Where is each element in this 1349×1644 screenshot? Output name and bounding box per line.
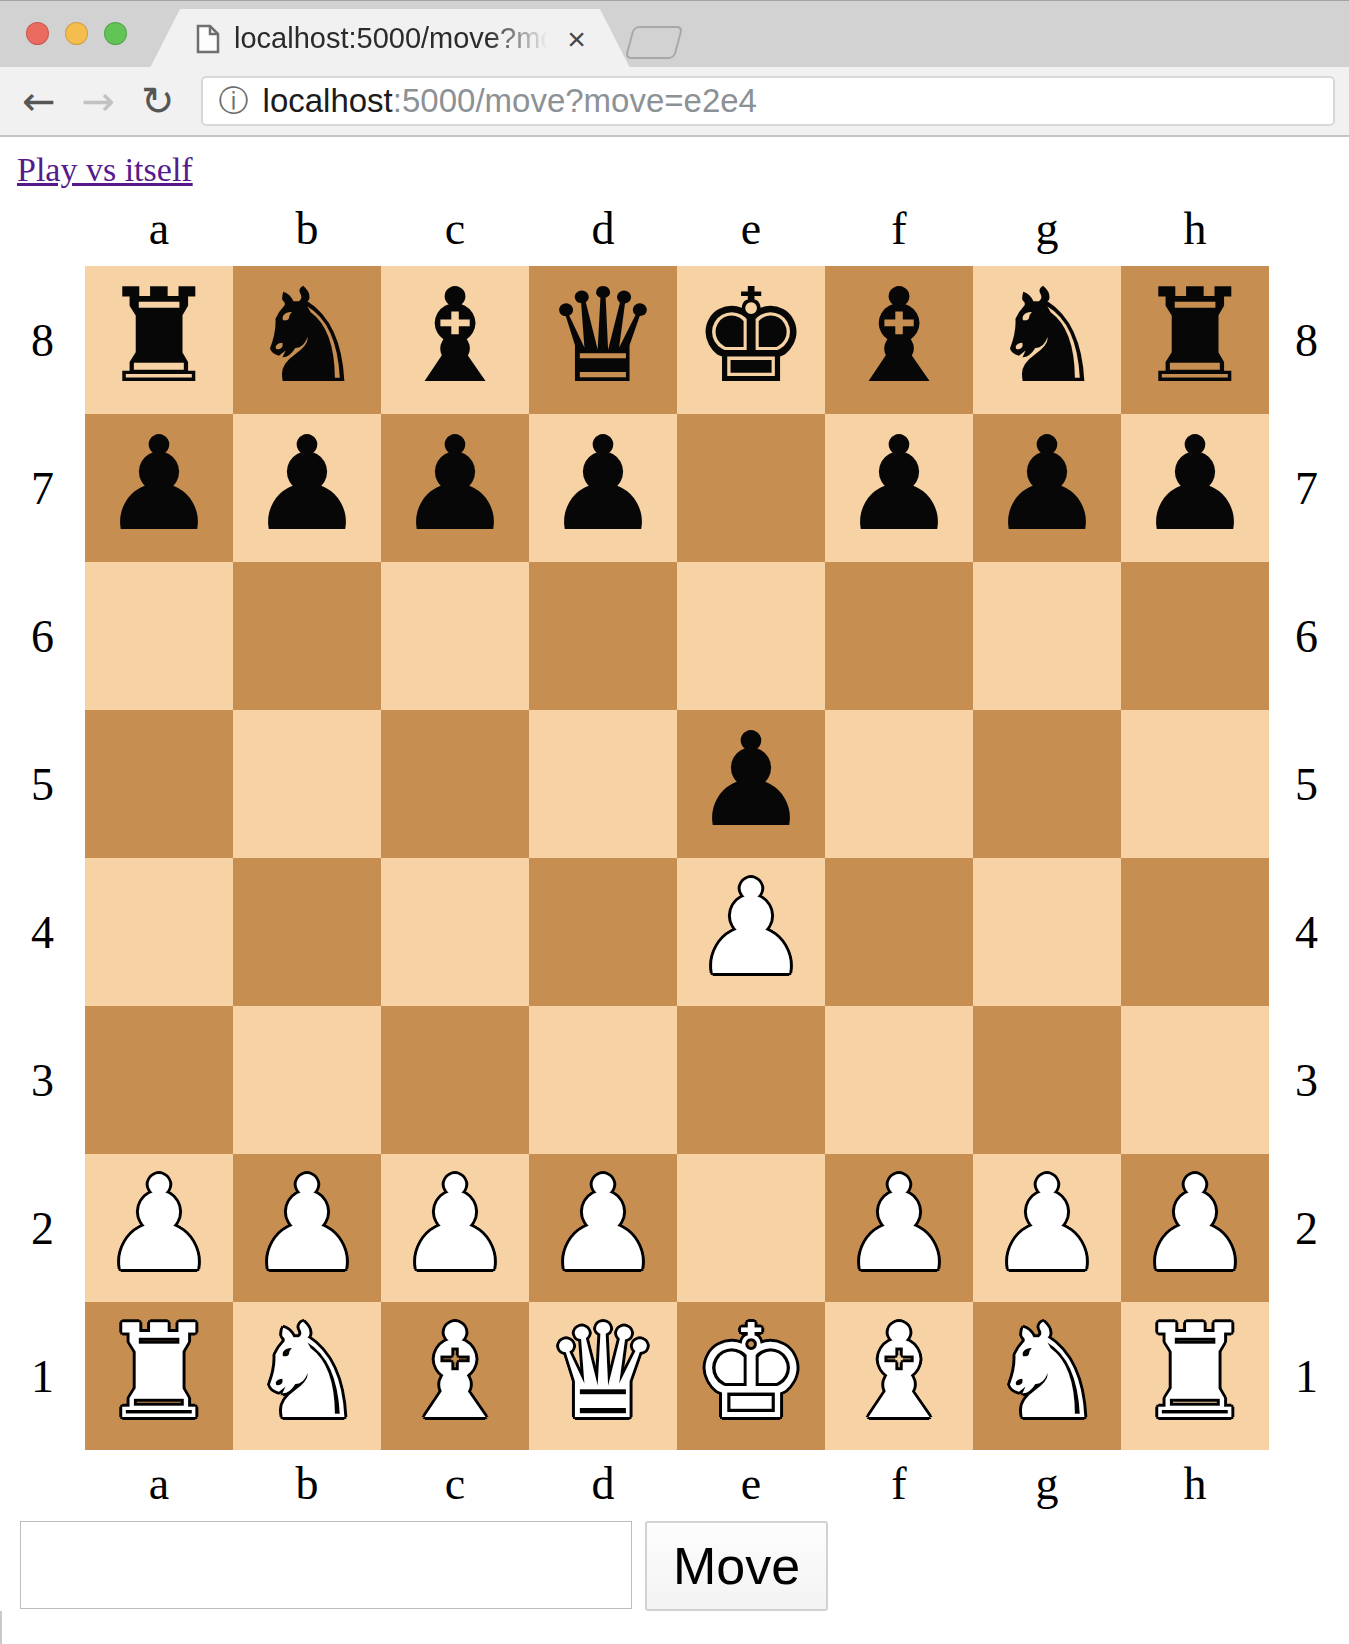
play-vs-itself-link[interactable]: Play vs itself [17, 151, 193, 189]
square-f4 [825, 858, 973, 1006]
black-pawn: ♟ [249, 419, 366, 549]
square-b6 [233, 562, 381, 710]
move-form: Move [20, 1521, 1349, 1611]
square-a5 [85, 710, 233, 858]
square-b5 [233, 710, 381, 858]
file-label-c-top: c [381, 191, 529, 266]
square-h8: ♜ [1121, 266, 1269, 414]
square-c6 [381, 562, 529, 710]
square-a1: ♜ [85, 1302, 233, 1450]
tab-title: localhost:5000/move?move=e2e4 [234, 22, 551, 55]
square-d3 [529, 1006, 677, 1154]
square-f1: ♝ [825, 1302, 973, 1450]
square-a7: ♟ [85, 414, 233, 562]
square-h1: ♜ [1121, 1302, 1269, 1450]
file-label-c-bottom: c [381, 1450, 529, 1516]
file-label-b-top: b [233, 191, 381, 266]
rank-label-4-left: 4 [0, 858, 85, 1006]
square-g1: ♞ [973, 1302, 1121, 1450]
file-label-d-top: d [529, 191, 677, 266]
black-pawn: ♟ [1137, 419, 1254, 549]
white-pawn: ♟ [989, 1159, 1106, 1289]
square-e4: ♟ [677, 858, 825, 1006]
file-label-f-top: f [825, 191, 973, 266]
square-f3 [825, 1006, 973, 1154]
square-a3 [85, 1006, 233, 1154]
black-pawn: ♟ [101, 419, 218, 549]
browser-toolbar: ← → ↻ ⓘ localhost:5000/move?move=e2e4 [0, 67, 1349, 137]
black-pawn: ♟ [397, 419, 514, 549]
black-bishop: ♝ [397, 271, 514, 401]
square-g4 [973, 858, 1121, 1006]
file-label-e-top: e [677, 191, 825, 266]
square-a2: ♟ [85, 1154, 233, 1302]
square-g8: ♞ [973, 266, 1121, 414]
url-text: localhost:5000/move?move=e2e4 [263, 82, 757, 120]
square-h7: ♟ [1121, 414, 1269, 562]
white-bishop: ♝ [397, 1307, 514, 1437]
white-pawn: ♟ [1137, 1159, 1254, 1289]
new-tab-button[interactable] [625, 26, 684, 59]
square-g6 [973, 562, 1121, 710]
square-d6 [529, 562, 677, 710]
file-label-h-bottom: h [1121, 1450, 1269, 1516]
board-corner [1269, 191, 1344, 266]
browser-tab[interactable]: localhost:5000/move?move=e2e4 × [150, 9, 630, 68]
black-knight: ♞ [249, 271, 366, 401]
white-queen: ♛ [545, 1307, 662, 1437]
file-label-g-top: g [973, 191, 1121, 266]
square-e2 [677, 1154, 825, 1302]
rank-label-2-left: 2 [0, 1154, 85, 1302]
rank-label-5-left: 5 [0, 710, 85, 858]
minimize-window-button[interactable] [65, 22, 88, 45]
square-b7: ♟ [233, 414, 381, 562]
square-g3 [973, 1006, 1121, 1154]
square-d7: ♟ [529, 414, 677, 562]
black-king: ♚ [693, 271, 810, 401]
square-b1: ♞ [233, 1302, 381, 1450]
rank-label-5-right: 5 [1269, 710, 1344, 858]
white-bishop: ♝ [841, 1307, 958, 1437]
square-d5 [529, 710, 677, 858]
board-corner [0, 191, 85, 266]
square-a6 [85, 562, 233, 710]
square-c2: ♟ [381, 1154, 529, 1302]
white-pawn: ♟ [841, 1159, 958, 1289]
file-label-f-bottom: f [825, 1450, 973, 1516]
address-bar[interactable]: ⓘ localhost:5000/move?move=e2e4 [201, 76, 1335, 126]
rank-label-1-left: 1 [0, 1302, 85, 1450]
square-d8: ♛ [529, 266, 677, 414]
square-b4 [233, 858, 381, 1006]
square-b2: ♟ [233, 1154, 381, 1302]
rank-label-8-right: 8 [1269, 266, 1344, 414]
url-host: localhost [263, 82, 393, 119]
window-controls [26, 22, 127, 45]
rank-label-2-right: 2 [1269, 1154, 1344, 1302]
browser-window: localhost:5000/move?move=e2e4 × ← → ↻ ⓘ … [0, 0, 1349, 1644]
white-rook: ♜ [101, 1307, 218, 1437]
file-label-a-top: a [85, 191, 233, 266]
square-e7 [677, 414, 825, 562]
board-corner [0, 1450, 85, 1516]
black-rook: ♜ [1137, 271, 1254, 401]
rank-label-6-right: 6 [1269, 562, 1344, 710]
square-g5 [973, 710, 1121, 858]
square-d1: ♛ [529, 1302, 677, 1450]
square-e8: ♚ [677, 266, 825, 414]
square-d2: ♟ [529, 1154, 677, 1302]
white-rook: ♜ [1137, 1307, 1254, 1437]
square-c8: ♝ [381, 266, 529, 414]
square-f6 [825, 562, 973, 710]
square-d4 [529, 858, 677, 1006]
square-h5 [1121, 710, 1269, 858]
file-label-h-top: h [1121, 191, 1269, 266]
reload-button[interactable]: ↻ [141, 81, 175, 121]
square-c1: ♝ [381, 1302, 529, 1450]
square-e1: ♚ [677, 1302, 825, 1450]
square-h6 [1121, 562, 1269, 710]
square-f5 [825, 710, 973, 858]
white-king: ♚ [693, 1307, 810, 1437]
board-corner [1269, 1450, 1344, 1516]
white-pawn: ♟ [397, 1159, 514, 1289]
square-h3 [1121, 1006, 1269, 1154]
square-g2: ♟ [973, 1154, 1121, 1302]
black-pawn: ♟ [545, 419, 662, 549]
file-label-e-bottom: e [677, 1450, 825, 1516]
black-rook: ♜ [101, 271, 218, 401]
square-b8: ♞ [233, 266, 381, 414]
page-content: Play vs itself abcdefgh8♜♞♝♛♚♝♞♜87♟♟♟♟♟♟… [0, 137, 1349, 1611]
tab-close-icon[interactable]: × [567, 23, 586, 55]
file-label-b-bottom: b [233, 1450, 381, 1516]
square-b3 [233, 1006, 381, 1154]
square-a4 [85, 858, 233, 1006]
white-knight: ♞ [989, 1307, 1106, 1437]
url-path: :5000/move?move=e2e4 [393, 82, 757, 119]
square-c3 [381, 1006, 529, 1154]
square-c7: ♟ [381, 414, 529, 562]
forward-button[interactable]: → [82, 81, 116, 121]
white-pawn: ♟ [545, 1159, 662, 1289]
square-h2: ♟ [1121, 1154, 1269, 1302]
black-pawn: ♟ [693, 715, 810, 845]
white-knight: ♞ [249, 1307, 366, 1437]
back-button[interactable]: ← [22, 81, 56, 121]
square-e5: ♟ [677, 710, 825, 858]
rank-label-7-left: 7 [0, 414, 85, 562]
black-pawn: ♟ [841, 419, 958, 549]
rank-label-8-left: 8 [0, 266, 85, 414]
rank-label-1-right: 1 [1269, 1302, 1344, 1450]
white-pawn: ♟ [101, 1159, 218, 1289]
black-pawn: ♟ [989, 419, 1106, 549]
square-c4 [381, 858, 529, 1006]
close-window-button[interactable] [26, 22, 49, 45]
rank-label-6-left: 6 [0, 562, 85, 710]
move-input[interactable] [20, 1521, 632, 1609]
square-c5 [381, 710, 529, 858]
file-label-a-bottom: a [85, 1450, 233, 1516]
file-label-d-bottom: d [529, 1450, 677, 1516]
square-e6 [677, 562, 825, 710]
square-e3 [677, 1006, 825, 1154]
rank-label-3-right: 3 [1269, 1006, 1344, 1154]
page-icon [196, 24, 220, 54]
white-pawn: ♟ [693, 863, 810, 993]
white-pawn: ♟ [249, 1159, 366, 1289]
black-knight: ♞ [989, 271, 1106, 401]
move-button[interactable]: Move [645, 1521, 828, 1611]
square-h4 [1121, 858, 1269, 1006]
file-label-g-bottom: g [973, 1450, 1121, 1516]
square-a8: ♜ [85, 266, 233, 414]
black-queen: ♛ [545, 271, 662, 401]
square-f2: ♟ [825, 1154, 973, 1302]
square-g7: ♟ [973, 414, 1121, 562]
black-bishop: ♝ [841, 271, 958, 401]
zoom-window-button[interactable] [104, 22, 127, 45]
chess-board: abcdefgh8♜♞♝♛♚♝♞♜87♟♟♟♟♟♟♟7665♟54♟4332♟♟… [0, 191, 1349, 1516]
rank-label-3-left: 3 [0, 1006, 85, 1154]
rank-label-4-right: 4 [1269, 858, 1344, 1006]
site-info-icon[interactable]: ⓘ [219, 81, 249, 122]
square-f8: ♝ [825, 266, 973, 414]
rank-label-7-right: 7 [1269, 414, 1344, 562]
tab-bar: localhost:5000/move?move=e2e4 × [0, 0, 1349, 67]
square-f7: ♟ [825, 414, 973, 562]
